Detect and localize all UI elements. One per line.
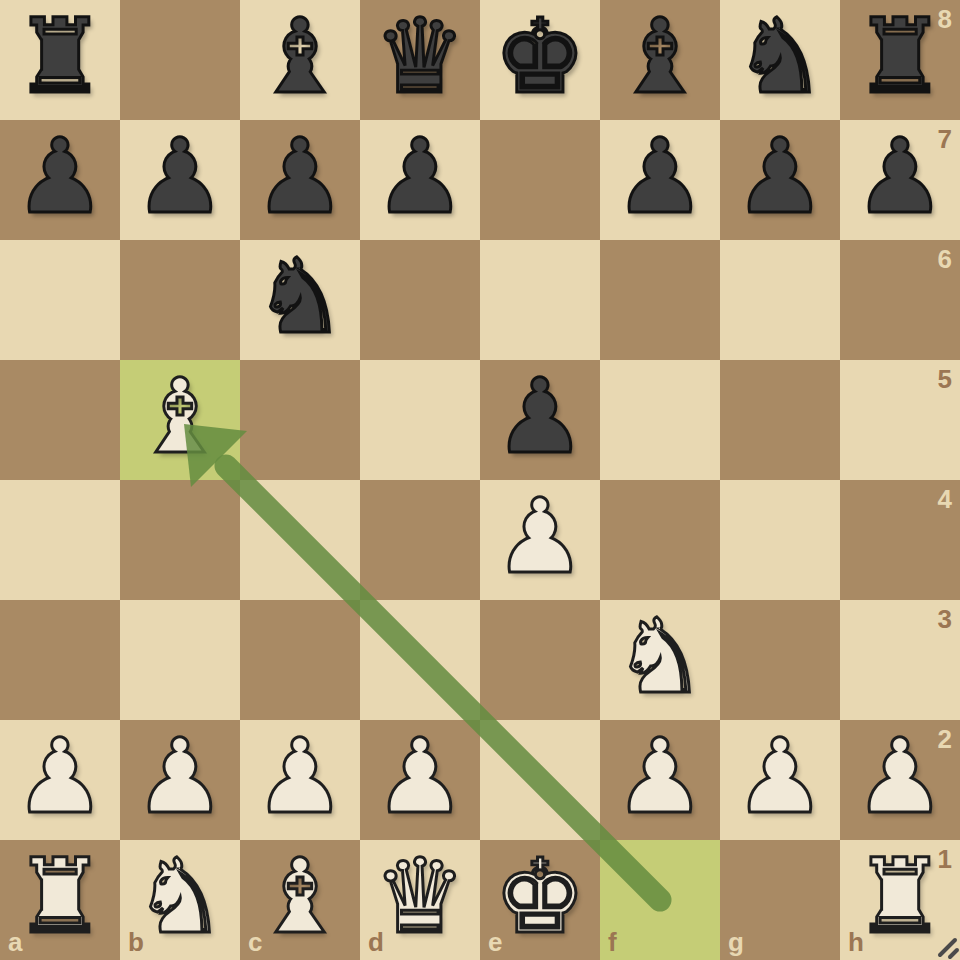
piece-black-pawn-b7[interactable]: ♟ — [120, 120, 240, 240]
piece-black-rook-a8[interactable]: ♜ — [0, 0, 120, 120]
square-a6[interactable] — [0, 240, 120, 360]
square-f2[interactable]: ♟ — [600, 720, 720, 840]
piece-white-knight-b1[interactable]: ♞ — [120, 840, 240, 960]
piece-black-knight-g8[interactable]: ♞ — [720, 0, 840, 120]
square-d4[interactable] — [360, 480, 480, 600]
square-e3[interactable] — [480, 600, 600, 720]
piece-black-knight-c6[interactable]: ♞ — [240, 240, 360, 360]
square-b5[interactable]: ♝ — [120, 360, 240, 480]
square-e6[interactable] — [480, 240, 600, 360]
piece-black-pawn-e5[interactable]: ♟ — [480, 360, 600, 480]
piece-white-king-e1[interactable]: ♚ — [480, 840, 600, 960]
square-d5[interactable] — [360, 360, 480, 480]
coordinate-file-f: f — [608, 927, 617, 958]
piece-white-pawn-d2[interactable]: ♟ — [360, 720, 480, 840]
square-a1[interactable]: a♜ — [0, 840, 120, 960]
square-d6[interactable] — [360, 240, 480, 360]
piece-black-pawn-h7[interactable]: ♟ — [840, 120, 960, 240]
square-c3[interactable] — [240, 600, 360, 720]
square-e7[interactable] — [480, 120, 600, 240]
piece-black-pawn-c7[interactable]: ♟ — [240, 120, 360, 240]
square-h3[interactable]: 3 — [840, 600, 960, 720]
piece-white-queen-d1[interactable]: ♛ — [360, 840, 480, 960]
square-d3[interactable] — [360, 600, 480, 720]
square-f6[interactable] — [600, 240, 720, 360]
square-b4[interactable] — [120, 480, 240, 600]
square-h7[interactable]: 7♟ — [840, 120, 960, 240]
square-h2[interactable]: 2♟ — [840, 720, 960, 840]
square-f4[interactable] — [600, 480, 720, 600]
piece-white-pawn-f2[interactable]: ♟ — [600, 720, 720, 840]
coordinate-rank-5: 5 — [938, 364, 952, 395]
piece-black-pawn-f7[interactable]: ♟ — [600, 120, 720, 240]
piece-white-pawn-c2[interactable]: ♟ — [240, 720, 360, 840]
square-d8[interactable]: ♛ — [360, 0, 480, 120]
square-h1[interactable]: 1h♜ — [840, 840, 960, 960]
square-f7[interactable]: ♟ — [600, 120, 720, 240]
square-g2[interactable]: ♟ — [720, 720, 840, 840]
square-e2[interactable] — [480, 720, 600, 840]
square-e4[interactable]: ♟ — [480, 480, 600, 600]
square-g4[interactable] — [720, 480, 840, 600]
piece-black-pawn-d7[interactable]: ♟ — [360, 120, 480, 240]
coordinate-file-g: g — [728, 927, 744, 958]
coordinate-rank-4: 4 — [938, 484, 952, 515]
square-b1[interactable]: b♞ — [120, 840, 240, 960]
square-f1[interactable]: f — [600, 840, 720, 960]
square-a4[interactable] — [0, 480, 120, 600]
square-c2[interactable]: ♟ — [240, 720, 360, 840]
piece-black-bishop-c8[interactable]: ♝ — [240, 0, 360, 120]
square-c4[interactable] — [240, 480, 360, 600]
piece-white-rook-a1[interactable]: ♜ — [0, 840, 120, 960]
square-c5[interactable] — [240, 360, 360, 480]
piece-black-pawn-g7[interactable]: ♟ — [720, 120, 840, 240]
piece-white-knight-f3[interactable]: ♞ — [600, 600, 720, 720]
square-h8[interactable]: 8♜ — [840, 0, 960, 120]
square-c6[interactable]: ♞ — [240, 240, 360, 360]
piece-white-rook-h1[interactable]: ♜ — [840, 840, 960, 960]
coordinate-rank-6: 6 — [938, 244, 952, 275]
piece-white-bishop-b5[interactable]: ♝ — [120, 360, 240, 480]
square-a3[interactable] — [0, 600, 120, 720]
square-e1[interactable]: e♚ — [480, 840, 600, 960]
square-d7[interactable]: ♟ — [360, 120, 480, 240]
piece-white-pawn-g2[interactable]: ♟ — [720, 720, 840, 840]
square-g7[interactable]: ♟ — [720, 120, 840, 240]
piece-black-king-e8[interactable]: ♚ — [480, 0, 600, 120]
chess-board[interactable]: ♜♝♛♚♝♞8♜♟♟♟♟♟♟7♟♞6♝♟5♟4♞3♟♟♟♟♟♟2♟a♜b♞c♝d… — [0, 0, 960, 960]
piece-white-pawn-a2[interactable]: ♟ — [0, 720, 120, 840]
square-c7[interactable]: ♟ — [240, 120, 360, 240]
square-g5[interactable] — [720, 360, 840, 480]
square-h4[interactable]: 4 — [840, 480, 960, 600]
coordinate-rank-3: 3 — [938, 604, 952, 635]
square-f8[interactable]: ♝ — [600, 0, 720, 120]
square-b8[interactable] — [120, 0, 240, 120]
piece-black-rook-h8[interactable]: ♜ — [840, 0, 960, 120]
square-g6[interactable] — [720, 240, 840, 360]
square-d1[interactable]: d♛ — [360, 840, 480, 960]
square-h6[interactable]: 6 — [840, 240, 960, 360]
square-a7[interactable]: ♟ — [0, 120, 120, 240]
piece-black-pawn-a7[interactable]: ♟ — [0, 120, 120, 240]
square-a2[interactable]: ♟ — [0, 720, 120, 840]
square-h5[interactable]: 5 — [840, 360, 960, 480]
square-d2[interactable]: ♟ — [360, 720, 480, 840]
piece-black-queen-d8[interactable]: ♛ — [360, 0, 480, 120]
piece-white-pawn-h2[interactable]: ♟ — [840, 720, 960, 840]
piece-black-bishop-f8[interactable]: ♝ — [600, 0, 720, 120]
piece-white-bishop-c1[interactable]: ♝ — [240, 840, 360, 960]
square-f5[interactable] — [600, 360, 720, 480]
square-a5[interactable] — [0, 360, 120, 480]
square-e5[interactable]: ♟ — [480, 360, 600, 480]
square-g8[interactable]: ♞ — [720, 0, 840, 120]
square-g1[interactable]: g — [720, 840, 840, 960]
square-e8[interactable]: ♚ — [480, 0, 600, 120]
square-a8[interactable]: ♜ — [0, 0, 120, 120]
square-c8[interactable]: ♝ — [240, 0, 360, 120]
piece-white-pawn-b2[interactable]: ♟ — [120, 720, 240, 840]
square-b2[interactable]: ♟ — [120, 720, 240, 840]
square-f3[interactable]: ♞ — [600, 600, 720, 720]
square-c1[interactable]: c♝ — [240, 840, 360, 960]
square-g3[interactable] — [720, 600, 840, 720]
square-b3[interactable] — [120, 600, 240, 720]
square-b6[interactable] — [120, 240, 240, 360]
square-b7[interactable]: ♟ — [120, 120, 240, 240]
piece-white-pawn-e4[interactable]: ♟ — [480, 480, 600, 600]
